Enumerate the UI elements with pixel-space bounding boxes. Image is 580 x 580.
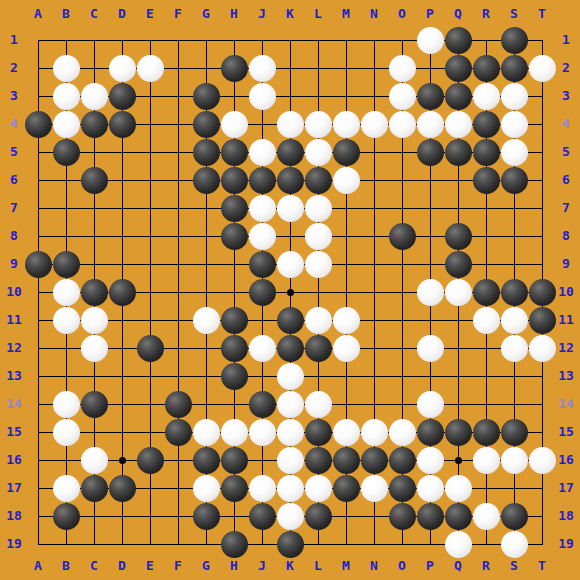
stone-white-M15	[333, 419, 360, 446]
stone-black-A4	[25, 111, 52, 138]
stone-black-N16	[361, 447, 388, 474]
stone-black-C17	[81, 475, 108, 502]
stone-white-O2	[389, 55, 416, 82]
stone-black-G6	[193, 167, 220, 194]
stone-black-J6	[249, 167, 276, 194]
stone-white-P12	[417, 335, 444, 362]
row-label-left-6: 6	[2, 172, 26, 188]
col-label-bottom-O: O	[390, 558, 414, 574]
stone-black-P3	[417, 83, 444, 110]
stone-black-D10	[109, 279, 136, 306]
stone-white-L11	[305, 307, 332, 334]
stone-black-H17	[221, 475, 248, 502]
stone-white-S16	[501, 447, 528, 474]
stone-black-L16	[305, 447, 332, 474]
col-label-top-E: E	[138, 6, 162, 22]
stone-black-D4	[109, 111, 136, 138]
stone-white-L9	[305, 251, 332, 278]
stone-black-G4	[193, 111, 220, 138]
row-label-left-18: 18	[2, 508, 26, 524]
row-label-right-17: 17	[554, 480, 578, 496]
stone-white-L4	[305, 111, 332, 138]
stone-white-L8	[305, 223, 332, 250]
goban[interactable]: AABBCCDDEEFFGGHHJJKKLLMMNNOOPPQQRRSSTT11…	[0, 0, 580, 580]
col-label-bottom-Q: Q	[446, 558, 470, 574]
col-label-top-D: D	[110, 6, 134, 22]
stone-black-R6	[473, 167, 500, 194]
col-label-bottom-P: P	[418, 558, 442, 574]
stone-white-C12	[81, 335, 108, 362]
stone-white-N15	[361, 419, 388, 446]
stone-white-J15	[249, 419, 276, 446]
row-label-right-15: 15	[554, 424, 578, 440]
row-label-left-3: 3	[2, 88, 26, 104]
stone-white-M4	[333, 111, 360, 138]
col-label-top-C: C	[82, 6, 106, 22]
stone-white-S19	[501, 531, 528, 558]
row-label-right-13: 13	[554, 368, 578, 384]
stone-white-R16	[473, 447, 500, 474]
stone-white-Q10	[445, 279, 472, 306]
col-label-top-K: K	[278, 6, 302, 22]
row-label-right-12: 12	[554, 340, 578, 356]
stone-white-K15	[277, 419, 304, 446]
stone-black-J10	[249, 279, 276, 306]
stone-black-S10	[501, 279, 528, 306]
stone-white-G15	[193, 419, 220, 446]
col-label-bottom-J: J	[250, 558, 274, 574]
hoshi-K10	[287, 289, 294, 296]
stone-white-T2	[529, 55, 556, 82]
col-label-bottom-B: B	[54, 558, 78, 574]
stone-white-B11	[53, 307, 80, 334]
stone-white-J8	[249, 223, 276, 250]
row-label-right-1: 1	[554, 32, 578, 48]
stone-black-H13	[221, 363, 248, 390]
stone-white-L17	[305, 475, 332, 502]
stone-white-K4	[277, 111, 304, 138]
col-label-top-B: B	[54, 6, 78, 22]
col-label-bottom-G: G	[194, 558, 218, 574]
stone-white-J7	[249, 195, 276, 222]
stone-black-Q1	[445, 27, 472, 54]
stone-black-C14	[81, 391, 108, 418]
stone-white-S11	[501, 307, 528, 334]
stone-white-Q17	[445, 475, 472, 502]
hoshi-Q16	[455, 457, 462, 464]
col-label-top-R: R	[474, 6, 498, 22]
stone-black-B18	[53, 503, 80, 530]
stone-white-T12	[529, 335, 556, 362]
col-label-bottom-F: F	[166, 558, 190, 574]
row-label-left-1: 1	[2, 32, 26, 48]
stone-black-K5	[277, 139, 304, 166]
stone-white-J12	[249, 335, 276, 362]
stone-black-K11	[277, 307, 304, 334]
col-label-bottom-R: R	[474, 558, 498, 574]
stone-black-R5	[473, 139, 500, 166]
stone-black-R15	[473, 419, 500, 446]
stone-white-L14	[305, 391, 332, 418]
stone-white-C11	[81, 307, 108, 334]
stone-black-H6	[221, 167, 248, 194]
col-label-bottom-N: N	[362, 558, 386, 574]
stone-black-L12	[305, 335, 332, 362]
stone-white-G17	[193, 475, 220, 502]
col-label-bottom-E: E	[138, 558, 162, 574]
row-label-right-4: 4	[554, 116, 578, 132]
stone-white-D2	[109, 55, 136, 82]
stone-black-R2	[473, 55, 500, 82]
stone-white-M6	[333, 167, 360, 194]
stone-white-R18	[473, 503, 500, 530]
col-label-top-P: P	[418, 6, 442, 22]
row-label-left-8: 8	[2, 228, 26, 244]
col-label-bottom-H: H	[222, 558, 246, 574]
stone-white-S3	[501, 83, 528, 110]
stone-black-Q3	[445, 83, 472, 110]
stone-black-Q9	[445, 251, 472, 278]
stone-black-Q18	[445, 503, 472, 530]
col-label-top-F: F	[166, 6, 190, 22]
stone-white-B4	[53, 111, 80, 138]
col-label-bottom-C: C	[82, 558, 106, 574]
stone-black-B5	[53, 139, 80, 166]
stone-black-R4	[473, 111, 500, 138]
row-label-left-10: 10	[2, 284, 26, 300]
stone-white-P16	[417, 447, 444, 474]
row-label-right-2: 2	[554, 60, 578, 76]
stone-white-J3	[249, 83, 276, 110]
row-label-right-11: 11	[554, 312, 578, 328]
col-label-bottom-A: A	[26, 558, 50, 574]
stone-white-H15	[221, 419, 248, 446]
stone-black-L6	[305, 167, 332, 194]
stone-black-S6	[501, 167, 528, 194]
hoshi-D16	[119, 457, 126, 464]
stone-black-T11	[529, 307, 556, 334]
row-label-right-6: 6	[554, 172, 578, 188]
stone-black-H2	[221, 55, 248, 82]
stone-black-R10	[473, 279, 500, 306]
row-label-right-16: 16	[554, 452, 578, 468]
stone-white-K18	[277, 503, 304, 530]
col-label-top-J: J	[250, 6, 274, 22]
stone-black-F15	[165, 419, 192, 446]
stone-white-P1	[417, 27, 444, 54]
stone-black-E16	[137, 447, 164, 474]
stone-black-G18	[193, 503, 220, 530]
stone-black-O17	[389, 475, 416, 502]
stone-black-Q15	[445, 419, 472, 446]
col-label-bottom-D: D	[110, 558, 134, 574]
stone-black-B9	[53, 251, 80, 278]
stone-white-P14	[417, 391, 444, 418]
stone-black-T10	[529, 279, 556, 306]
stone-white-M12	[333, 335, 360, 362]
stone-black-P15	[417, 419, 444, 446]
stone-black-Q2	[445, 55, 472, 82]
stone-white-S4	[501, 111, 528, 138]
row-label-right-18: 18	[554, 508, 578, 524]
stone-black-C6	[81, 167, 108, 194]
stone-black-O16	[389, 447, 416, 474]
stone-white-L7	[305, 195, 332, 222]
row-label-left-7: 7	[2, 200, 26, 216]
stone-black-Q5	[445, 139, 472, 166]
stone-white-P17	[417, 475, 444, 502]
stone-white-B14	[53, 391, 80, 418]
stone-black-E12	[137, 335, 164, 362]
stone-black-K19	[277, 531, 304, 558]
stone-white-B2	[53, 55, 80, 82]
stone-white-O15	[389, 419, 416, 446]
stone-black-S18	[501, 503, 528, 530]
stone-white-O4	[389, 111, 416, 138]
stone-black-G5	[193, 139, 220, 166]
stone-black-D3	[109, 83, 136, 110]
stone-black-O18	[389, 503, 416, 530]
stone-white-N17	[361, 475, 388, 502]
row-label-right-8: 8	[554, 228, 578, 244]
stone-white-L5	[305, 139, 332, 166]
stone-white-Q4	[445, 111, 472, 138]
stone-white-M11	[333, 307, 360, 334]
row-label-left-11: 11	[2, 312, 26, 328]
stone-black-M17	[333, 475, 360, 502]
row-label-left-15: 15	[2, 424, 26, 440]
stone-black-J14	[249, 391, 276, 418]
stone-black-Q8	[445, 223, 472, 250]
col-label-bottom-K: K	[278, 558, 302, 574]
stone-white-J17	[249, 475, 276, 502]
stone-black-F14	[165, 391, 192, 418]
col-label-top-O: O	[390, 6, 414, 22]
stone-black-M5	[333, 139, 360, 166]
row-label-right-9: 9	[554, 256, 578, 272]
col-label-top-T: T	[530, 6, 554, 22]
stone-white-C3	[81, 83, 108, 110]
stone-white-K16	[277, 447, 304, 474]
stone-black-H7	[221, 195, 248, 222]
stone-white-T16	[529, 447, 556, 474]
stone-black-H8	[221, 223, 248, 250]
stone-white-K17	[277, 475, 304, 502]
stone-black-J18	[249, 503, 276, 530]
stone-white-J5	[249, 139, 276, 166]
stone-white-P10	[417, 279, 444, 306]
stone-white-B17	[53, 475, 80, 502]
row-label-right-7: 7	[554, 200, 578, 216]
stone-black-D17	[109, 475, 136, 502]
stone-black-P18	[417, 503, 444, 530]
stone-white-R3	[473, 83, 500, 110]
stone-black-A9	[25, 251, 52, 278]
stone-black-C4	[81, 111, 108, 138]
stone-black-H12	[221, 335, 248, 362]
row-label-left-16: 16	[2, 452, 26, 468]
row-label-right-19: 19	[554, 536, 578, 552]
stone-white-N4	[361, 111, 388, 138]
row-label-right-5: 5	[554, 144, 578, 160]
row-label-left-14: 14	[2, 396, 26, 412]
stone-black-G16	[193, 447, 220, 474]
stone-black-S2	[501, 55, 528, 82]
col-label-top-Q: Q	[446, 6, 470, 22]
row-label-left-12: 12	[2, 340, 26, 356]
stone-black-K6	[277, 167, 304, 194]
stone-black-G3	[193, 83, 220, 110]
stone-white-O3	[389, 83, 416, 110]
stone-black-L15	[305, 419, 332, 446]
stone-white-S5	[501, 139, 528, 166]
stone-white-Q19	[445, 531, 472, 558]
stone-black-K12	[277, 335, 304, 362]
stone-white-C16	[81, 447, 108, 474]
stone-black-H11	[221, 307, 248, 334]
col-label-bottom-T: T	[530, 558, 554, 574]
col-label-top-H: H	[222, 6, 246, 22]
row-label-right-10: 10	[554, 284, 578, 300]
stone-black-J9	[249, 251, 276, 278]
row-label-left-9: 9	[2, 256, 26, 272]
stone-white-S12	[501, 335, 528, 362]
col-label-top-N: N	[362, 6, 386, 22]
col-label-top-G: G	[194, 6, 218, 22]
stone-white-P4	[417, 111, 444, 138]
stone-white-K7	[277, 195, 304, 222]
row-label-left-13: 13	[2, 368, 26, 384]
stone-black-L18	[305, 503, 332, 530]
stone-black-H16	[221, 447, 248, 474]
stone-white-B15	[53, 419, 80, 446]
stone-white-K9	[277, 251, 304, 278]
stone-black-H5	[221, 139, 248, 166]
stone-black-O8	[389, 223, 416, 250]
stone-black-M16	[333, 447, 360, 474]
col-label-top-A: A	[26, 6, 50, 22]
stone-white-B10	[53, 279, 80, 306]
col-label-top-S: S	[502, 6, 526, 22]
row-label-left-2: 2	[2, 60, 26, 76]
stone-white-K14	[277, 391, 304, 418]
stone-white-G11	[193, 307, 220, 334]
stone-white-H4	[221, 111, 248, 138]
row-label-right-3: 3	[554, 88, 578, 104]
row-label-left-4: 4	[2, 116, 26, 132]
stone-black-C10	[81, 279, 108, 306]
col-label-bottom-L: L	[306, 558, 330, 574]
stone-black-S15	[501, 419, 528, 446]
stone-white-B3	[53, 83, 80, 110]
row-label-left-19: 19	[2, 536, 26, 552]
stone-white-R11	[473, 307, 500, 334]
col-label-top-L: L	[306, 6, 330, 22]
row-label-left-17: 17	[2, 480, 26, 496]
col-label-bottom-M: M	[334, 558, 358, 574]
col-label-top-M: M	[334, 6, 358, 22]
row-label-left-5: 5	[2, 144, 26, 160]
stone-white-K13	[277, 363, 304, 390]
stone-black-P5	[417, 139, 444, 166]
stone-white-E2	[137, 55, 164, 82]
stone-white-J2	[249, 55, 276, 82]
col-label-bottom-S: S	[502, 558, 526, 574]
row-label-right-14: 14	[554, 396, 578, 412]
stone-black-S1	[501, 27, 528, 54]
stone-black-H19	[221, 531, 248, 558]
